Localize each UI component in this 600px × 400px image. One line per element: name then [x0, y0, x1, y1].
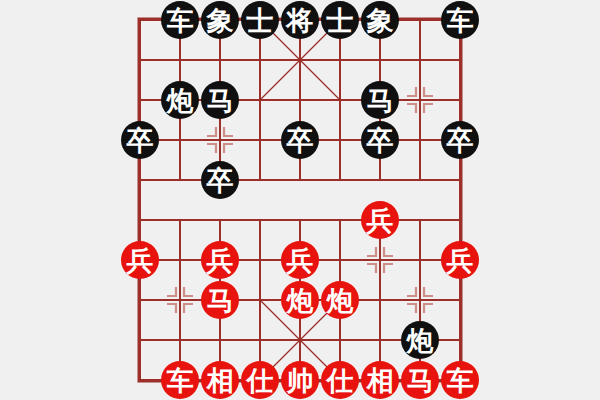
black-soldier[interactable]: 卒 [281, 121, 319, 159]
intersection-c1r3[interactable] [160, 120, 200, 160]
intersection-c1r0[interactable]: 车 [160, 0, 200, 40]
intersection-c7r4[interactable] [400, 160, 440, 200]
intersection-c0r4[interactable] [120, 160, 160, 200]
red-cannon[interactable]: 炮 [281, 281, 319, 319]
intersection-c0r8[interactable] [120, 320, 160, 360]
intersection-c3r9[interactable]: 仕 [240, 360, 280, 400]
intersection-c3r6[interactable] [240, 240, 280, 280]
intersection-c6r6[interactable] [360, 240, 400, 280]
intersection-c0r3[interactable]: 卒 [120, 120, 160, 160]
intersection-c2r0[interactable]: 象 [200, 0, 240, 40]
intersection-c7r6[interactable] [400, 240, 440, 280]
intersection-c2r6[interactable]: 兵 [200, 240, 240, 280]
black-chariot[interactable]: 车 [441, 1, 479, 39]
intersection-c4r4[interactable] [280, 160, 320, 200]
intersection-c7r7[interactable] [400, 280, 440, 320]
black-general[interactable]: 将 [281, 1, 319, 39]
red-soldier[interactable]: 兵 [361, 201, 399, 239]
intersection-c8r8[interactable] [440, 320, 480, 360]
intersection-c3r8[interactable] [240, 320, 280, 360]
intersection-c5r5[interactable] [320, 200, 360, 240]
intersection-c5r9[interactable]: 仕 [320, 360, 360, 400]
black-elephant[interactable]: 象 [361, 1, 399, 39]
intersection-c7r0[interactable] [400, 0, 440, 40]
intersection-c1r2[interactable]: 炮 [160, 80, 200, 120]
intersection-c4r8[interactable] [280, 320, 320, 360]
intersection-c2r7[interactable]: 马 [200, 280, 240, 320]
red-elephant[interactable]: 相 [361, 361, 399, 399]
intersection-c2r5[interactable] [200, 200, 240, 240]
black-horse[interactable]: 马 [361, 81, 399, 119]
intersection-c3r4[interactable] [240, 160, 280, 200]
red-advisor[interactable]: 仕 [321, 361, 359, 399]
black-advisor[interactable]: 士 [241, 1, 279, 39]
red-chariot[interactable]: 车 [161, 361, 199, 399]
black-soldier[interactable]: 卒 [441, 121, 479, 159]
black-soldier[interactable]: 卒 [361, 121, 399, 159]
intersection-c1r7[interactable] [160, 280, 200, 320]
intersection-c2r1[interactable] [200, 40, 240, 80]
intersection-c7r8[interactable]: 炮 [400, 320, 440, 360]
intersection-c2r4[interactable]: 卒 [200, 160, 240, 200]
intersection-c6r0[interactable]: 象 [360, 0, 400, 40]
red-general[interactable]: 帅 [281, 361, 319, 399]
intersection-c5r6[interactable] [320, 240, 360, 280]
intersection-c7r2[interactable] [400, 80, 440, 120]
intersection-c8r3[interactable]: 卒 [440, 120, 480, 160]
intersection-c0r9[interactable] [120, 360, 160, 400]
red-soldier[interactable]: 兵 [441, 241, 479, 279]
intersection-c8r1[interactable] [440, 40, 480, 80]
intersection-c5r1[interactable] [320, 40, 360, 80]
intersection-c6r3[interactable]: 卒 [360, 120, 400, 160]
intersection-c4r5[interactable] [280, 200, 320, 240]
intersection-c1r6[interactable] [160, 240, 200, 280]
intersection-c8r7[interactable] [440, 280, 480, 320]
intersection-c5r4[interactable] [320, 160, 360, 200]
intersection-c0r6[interactable]: 兵 [120, 240, 160, 280]
red-soldier[interactable]: 兵 [121, 241, 159, 279]
intersection-c6r9[interactable]: 相 [360, 360, 400, 400]
xiangqi-board-screenshot: 车象士将士象车炮马马卒卒卒卒卒兵兵兵兵兵马炮炮炮车相仕帅仕相马车 [0, 0, 600, 400]
intersection-c0r7[interactable] [120, 280, 160, 320]
intersection-c3r7[interactable] [240, 280, 280, 320]
red-horse[interactable]: 马 [201, 281, 239, 319]
intersection-c2r9[interactable]: 相 [200, 360, 240, 400]
black-cannon[interactable]: 炮 [401, 321, 439, 359]
intersection-c1r8[interactable] [160, 320, 200, 360]
intersection-c4r2[interactable] [280, 80, 320, 120]
intersection-c3r3[interactable] [240, 120, 280, 160]
intersection-c8r6[interactable]: 兵 [440, 240, 480, 280]
intersection-c7r9[interactable]: 马 [400, 360, 440, 400]
intersection-c0r1[interactable] [120, 40, 160, 80]
black-soldier[interactable]: 卒 [201, 161, 239, 199]
red-soldier[interactable]: 兵 [201, 241, 239, 279]
intersection-c0r5[interactable] [120, 200, 160, 240]
intersection-c6r4[interactable] [360, 160, 400, 200]
intersection-c3r0[interactable]: 士 [240, 0, 280, 40]
intersection-c5r3[interactable] [320, 120, 360, 160]
intersection-c4r3[interactable]: 卒 [280, 120, 320, 160]
red-elephant[interactable]: 相 [201, 361, 239, 399]
intersection-c3r5[interactable] [240, 200, 280, 240]
intersection-c6r1[interactable] [360, 40, 400, 80]
intersection-c0r0[interactable] [120, 0, 160, 40]
intersection-c8r5[interactable] [440, 200, 480, 240]
board-grid: 车象士将士象车炮马马卒卒卒卒卒兵兵兵兵兵马炮炮炮车相仕帅仕相马车 [120, 0, 480, 400]
intersection-c7r5[interactable] [400, 200, 440, 240]
intersection-c4r9[interactable]: 帅 [280, 360, 320, 400]
red-advisor[interactable]: 仕 [241, 361, 279, 399]
intersection-c4r7[interactable]: 炮 [280, 280, 320, 320]
intersection-c4r0[interactable]: 将 [280, 0, 320, 40]
intersection-c0r2[interactable] [120, 80, 160, 120]
black-chariot[interactable]: 车 [161, 1, 199, 39]
black-cannon[interactable]: 炮 [161, 81, 199, 119]
intersection-c5r0[interactable]: 士 [320, 0, 360, 40]
black-elephant[interactable]: 象 [201, 1, 239, 39]
intersection-c6r5[interactable]: 兵 [360, 200, 400, 240]
black-horse[interactable]: 马 [201, 81, 239, 119]
intersection-c1r5[interactable] [160, 200, 200, 240]
intersection-c8r0[interactable]: 车 [440, 0, 480, 40]
red-soldier[interactable]: 兵 [281, 241, 319, 279]
intersection-c3r2[interactable] [240, 80, 280, 120]
intersection-c1r1[interactable] [160, 40, 200, 80]
intersection-c8r2[interactable] [440, 80, 480, 120]
intersection-c5r7[interactable]: 炮 [320, 280, 360, 320]
intersection-c1r4[interactable] [160, 160, 200, 200]
intersection-c6r8[interactable] [360, 320, 400, 360]
intersection-c6r7[interactable] [360, 280, 400, 320]
intersection-c3r1[interactable] [240, 40, 280, 80]
intersection-c6r2[interactable]: 马 [360, 80, 400, 120]
black-advisor[interactable]: 士 [321, 1, 359, 39]
red-cannon[interactable]: 炮 [321, 281, 359, 319]
intersection-c2r3[interactable] [200, 120, 240, 160]
intersection-c8r4[interactable] [440, 160, 480, 200]
intersection-c4r6[interactable]: 兵 [280, 240, 320, 280]
intersection-c5r2[interactable] [320, 80, 360, 120]
intersection-c7r3[interactable] [400, 120, 440, 160]
intersection-c2r8[interactable] [200, 320, 240, 360]
intersection-c2r2[interactable]: 马 [200, 80, 240, 120]
intersection-c5r8[interactable] [320, 320, 360, 360]
red-chariot[interactable]: 车 [441, 361, 479, 399]
black-soldier[interactable]: 卒 [121, 121, 159, 159]
intersection-c7r1[interactable] [400, 40, 440, 80]
red-horse[interactable]: 马 [401, 361, 439, 399]
intersection-c1r9[interactable]: 车 [160, 360, 200, 400]
intersection-c8r9[interactable]: 车 [440, 360, 480, 400]
intersection-c4r1[interactable] [280, 40, 320, 80]
